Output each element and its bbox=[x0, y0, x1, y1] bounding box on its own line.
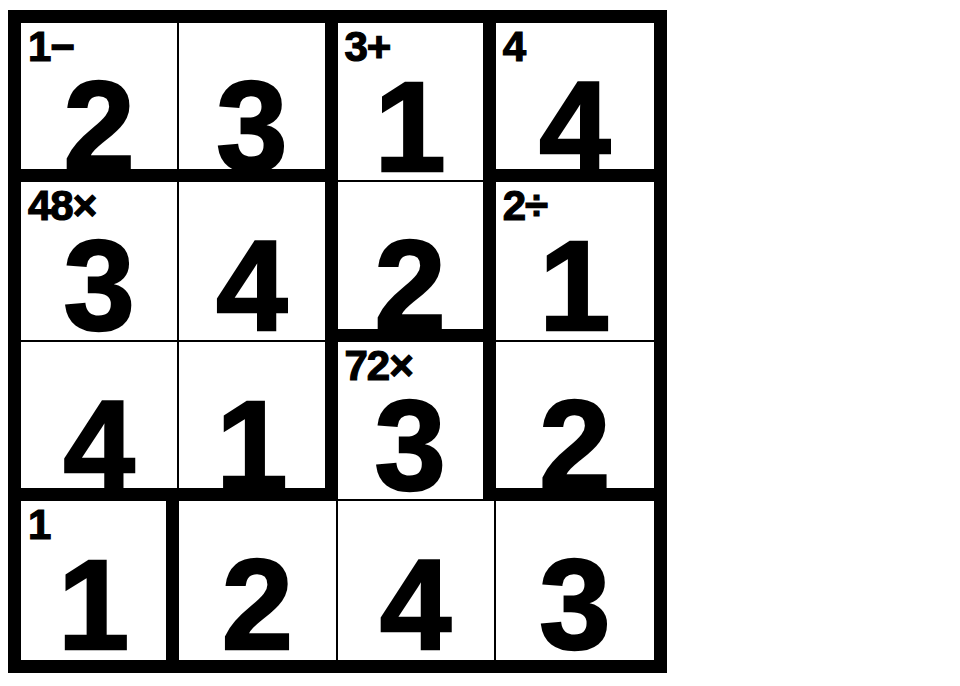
cell-r3c1[interactable]: 4 bbox=[21, 342, 179, 501]
cell-value: 3 bbox=[179, 63, 324, 191]
cell-r3c3[interactable]: 72×3 bbox=[338, 342, 496, 501]
cell-value: 1 bbox=[496, 222, 654, 350]
cell-r4c3[interactable]: 4 bbox=[338, 501, 496, 660]
cell-value: 2 bbox=[21, 63, 177, 191]
cell-r2c4[interactable]: 2÷1 bbox=[496, 182, 654, 341]
cell-r4c2[interactable]: 2 bbox=[179, 501, 337, 660]
cell-r3c2[interactable]: 1 bbox=[179, 342, 337, 501]
cell-value: 3 bbox=[496, 541, 654, 669]
cell-r1c4[interactable]: 44 bbox=[496, 23, 654, 182]
cell-value: 2 bbox=[179, 541, 335, 669]
cell-value: 3 bbox=[338, 382, 483, 510]
cell-value: 1 bbox=[21, 541, 166, 669]
cell-r2c1[interactable]: 48×3 bbox=[21, 182, 179, 341]
cage-clue: 1 bbox=[28, 504, 50, 546]
cell-r3c4[interactable]: 2 bbox=[496, 342, 654, 501]
cell-value: 4 bbox=[496, 63, 654, 191]
cell-r1c3[interactable]: 3+1 bbox=[338, 23, 496, 182]
cell-value: 1 bbox=[179, 382, 324, 510]
cell-r2c2[interactable]: 4 bbox=[179, 182, 337, 341]
cell-r1c2[interactable]: 3 bbox=[179, 23, 337, 182]
cell-value: 4 bbox=[179, 222, 324, 350]
kenken-grid: 1−233+14448×3422÷14172×3211243 bbox=[8, 10, 667, 673]
cell-value: 4 bbox=[21, 382, 177, 510]
cell-r2c3[interactable]: 2 bbox=[338, 182, 496, 341]
cell-value: 2 bbox=[338, 222, 483, 350]
cage-clue: 4 bbox=[503, 26, 525, 68]
cell-value: 4 bbox=[338, 541, 494, 669]
cell-r1c1[interactable]: 1−2 bbox=[21, 23, 179, 182]
cell-r4c4[interactable]: 3 bbox=[496, 501, 654, 660]
cell-value: 3 bbox=[21, 222, 177, 350]
cell-value: 2 bbox=[496, 382, 654, 510]
cell-value: 1 bbox=[338, 63, 483, 191]
cell-r4c1[interactable]: 11 bbox=[21, 501, 179, 660]
